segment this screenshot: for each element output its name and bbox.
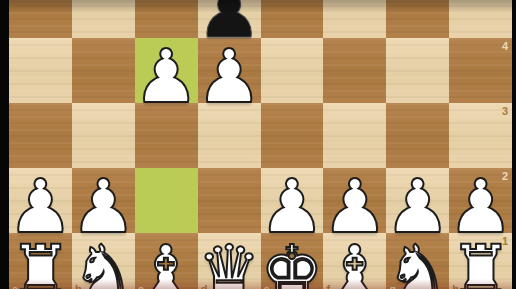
square-a3[interactable] [9,103,72,168]
square-d2[interactable] [198,168,261,233]
square-b1[interactable]: ♞b [72,233,135,289]
white-rook[interactable]: ♜ [449,238,512,289]
square-d1[interactable]: ♛d [198,233,261,289]
white-pawn[interactable]: ♟ [386,173,449,238]
white-bishop[interactable]: ♝ [135,238,198,289]
white-pawn[interactable]: ♟ [261,173,324,238]
square-c4[interactable]: ♟ [135,38,198,103]
square-e4[interactable] [261,38,324,103]
square-b4[interactable] [72,38,135,103]
square-b2[interactable]: ♟ [72,168,135,233]
square-g1[interactable]: ♞g [386,233,449,289]
white-pawn[interactable]: ♟ [198,43,261,108]
white-queen[interactable]: ♛ [198,238,261,289]
video-frame: ♟♟♟43♟♟♟♟♟♟2♜a♞b♝c♛d♚e♝f♞g♜1h [0,0,516,289]
square-g4[interactable] [386,38,449,103]
square-e2[interactable]: ♟ [261,168,324,233]
square-g2[interactable]: ♟ [386,168,449,233]
square-f3[interactable] [323,103,386,168]
white-pawn[interactable]: ♟ [9,173,72,238]
square-h2[interactable]: ♟2 [449,168,512,233]
white-pawn[interactable]: ♟ [72,173,135,238]
square-c2[interactable] [135,168,198,233]
square-h3[interactable]: 3 [449,103,512,168]
square-e5[interactable] [261,0,324,38]
square-h4[interactable]: 4 [449,38,512,103]
square-b3[interactable] [72,103,135,168]
square-f5[interactable] [323,0,386,38]
square-a5[interactable] [9,0,72,38]
white-knight[interactable]: ♞ [386,238,449,289]
white-rook[interactable]: ♜ [9,238,72,289]
square-g5[interactable] [386,0,449,38]
letterbox-right-bar [512,0,516,289]
square-g3[interactable] [386,103,449,168]
square-f4[interactable] [323,38,386,103]
white-pawn[interactable]: ♟ [323,173,386,238]
white-knight[interactable]: ♞ [72,238,135,289]
rank-label-4: 4 [502,41,508,52]
square-d4[interactable]: ♟ [198,38,261,103]
white-pawn[interactable]: ♟ [135,43,198,108]
square-a4[interactable] [9,38,72,103]
square-f1[interactable]: ♝f [323,233,386,289]
square-a1[interactable]: ♜a [9,233,72,289]
square-f2[interactable]: ♟ [323,168,386,233]
square-c1[interactable]: ♝c [135,233,198,289]
square-a2[interactable]: ♟ [9,168,72,233]
square-h5[interactable] [449,0,512,38]
rank-label-3: 3 [502,106,508,117]
white-king[interactable]: ♚ [261,238,324,289]
square-e1[interactable]: ♚e [261,233,324,289]
white-bishop[interactable]: ♝ [323,238,386,289]
square-h1[interactable]: ♜1h [449,233,512,289]
square-e3[interactable] [261,103,324,168]
chess-board: ♟♟♟43♟♟♟♟♟♟2♜a♞b♝c♛d♚e♝f♞g♜1h [9,0,512,289]
letterbox-left-bar [0,0,9,289]
square-b5[interactable] [72,0,135,38]
white-pawn[interactable]: ♟ [449,173,512,238]
